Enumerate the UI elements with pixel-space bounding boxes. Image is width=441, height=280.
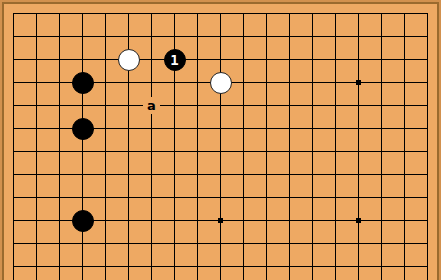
board-intersection[interactable] bbox=[25, 25, 48, 48]
board-intersection[interactable] bbox=[94, 71, 117, 94]
white-stone[interactable] bbox=[118, 49, 140, 71]
board-intersection[interactable] bbox=[393, 71, 416, 94]
board-intersection[interactable] bbox=[2, 186, 25, 209]
board-intersection[interactable] bbox=[48, 232, 71, 255]
board-intersection[interactable] bbox=[232, 209, 255, 232]
board-intersection[interactable] bbox=[186, 163, 209, 186]
board-intersection[interactable] bbox=[25, 140, 48, 163]
board-intersection[interactable] bbox=[416, 117, 439, 140]
board-intersection[interactable] bbox=[278, 71, 301, 94]
board-intersection[interactable] bbox=[94, 94, 117, 117]
board-intersection[interactable] bbox=[232, 140, 255, 163]
board-intersection[interactable] bbox=[71, 2, 94, 25]
board-intersection[interactable] bbox=[416, 255, 439, 278]
board-intersection[interactable] bbox=[347, 255, 370, 278]
board-intersection[interactable] bbox=[255, 232, 278, 255]
board-intersection[interactable] bbox=[209, 163, 232, 186]
board-intersection[interactable] bbox=[163, 163, 186, 186]
board-intersection[interactable] bbox=[48, 117, 71, 140]
board-intersection[interactable] bbox=[301, 140, 324, 163]
board-intersection[interactable] bbox=[347, 94, 370, 117]
board-intersection[interactable] bbox=[255, 94, 278, 117]
board-intersection[interactable] bbox=[416, 71, 439, 94]
board-intersection[interactable] bbox=[117, 117, 140, 140]
board-intersection[interactable] bbox=[255, 71, 278, 94]
board-intersection[interactable] bbox=[25, 71, 48, 94]
board-intersection[interactable] bbox=[48, 48, 71, 71]
move-number: 1 bbox=[170, 52, 178, 66]
board-intersection[interactable] bbox=[301, 2, 324, 25]
board-intersection[interactable] bbox=[186, 2, 209, 25]
board-intersection[interactable] bbox=[416, 94, 439, 117]
board-intersection[interactable] bbox=[163, 255, 186, 278]
board-intersection[interactable] bbox=[301, 117, 324, 140]
board-intersection[interactable] bbox=[232, 186, 255, 209]
board-intersection[interactable] bbox=[94, 2, 117, 25]
board-intersection[interactable] bbox=[278, 48, 301, 71]
board-intersection[interactable] bbox=[324, 232, 347, 255]
board-intersection[interactable] bbox=[393, 140, 416, 163]
board-intersection[interactable] bbox=[2, 25, 25, 48]
board-intersection[interactable] bbox=[71, 232, 94, 255]
board-intersection[interactable] bbox=[71, 255, 94, 278]
board-intersection[interactable] bbox=[71, 48, 94, 71]
board-intersection[interactable] bbox=[255, 2, 278, 25]
board-intersection[interactable] bbox=[186, 140, 209, 163]
board-intersection[interactable] bbox=[71, 25, 94, 48]
black-stone[interactable] bbox=[72, 118, 94, 140]
board-intersection[interactable] bbox=[71, 163, 94, 186]
board-intersection[interactable] bbox=[393, 163, 416, 186]
board-intersection[interactable] bbox=[186, 232, 209, 255]
board-intersection[interactable] bbox=[278, 163, 301, 186]
board-intersection[interactable] bbox=[416, 209, 439, 232]
board-intersection[interactable] bbox=[94, 140, 117, 163]
board-intersection[interactable] bbox=[324, 94, 347, 117]
board-intersection[interactable] bbox=[324, 48, 347, 71]
board-intersection[interactable] bbox=[94, 186, 117, 209]
board-intersection[interactable] bbox=[2, 255, 25, 278]
board-intersection[interactable] bbox=[186, 25, 209, 48]
go-board: 1a bbox=[2, 2, 439, 278]
board-intersection[interactable] bbox=[278, 117, 301, 140]
board-intersection[interactable] bbox=[416, 2, 439, 25]
board-intersection[interactable] bbox=[278, 94, 301, 117]
board-intersection[interactable] bbox=[48, 163, 71, 186]
board-intersection[interactable] bbox=[370, 48, 393, 71]
board-intersection[interactable] bbox=[255, 255, 278, 278]
board-intersection[interactable] bbox=[324, 140, 347, 163]
board-intersection[interactable] bbox=[2, 140, 25, 163]
board-intersection[interactable] bbox=[2, 2, 25, 25]
board-intersection[interactable] bbox=[278, 25, 301, 48]
board-intersection[interactable] bbox=[347, 140, 370, 163]
board-intersection[interactable] bbox=[370, 94, 393, 117]
board-intersection[interactable] bbox=[416, 163, 439, 186]
board-intersection[interactable] bbox=[2, 71, 25, 94]
board-intersection[interactable] bbox=[140, 140, 163, 163]
board-intersection[interactable] bbox=[324, 255, 347, 278]
board-intersection[interactable] bbox=[25, 117, 48, 140]
board-intersection[interactable] bbox=[48, 25, 71, 48]
board-intersection[interactable] bbox=[301, 163, 324, 186]
board-intersection[interactable] bbox=[324, 209, 347, 232]
board-intersection[interactable] bbox=[393, 48, 416, 71]
board-intersection[interactable] bbox=[48, 255, 71, 278]
board-intersection[interactable] bbox=[209, 186, 232, 209]
board-intersection[interactable] bbox=[278, 232, 301, 255]
white-stone[interactable] bbox=[210, 72, 232, 94]
board-intersection[interactable] bbox=[301, 48, 324, 71]
board-intersection[interactable] bbox=[393, 232, 416, 255]
board-intersection[interactable] bbox=[278, 2, 301, 25]
board-intersection[interactable] bbox=[2, 163, 25, 186]
board-intersection[interactable] bbox=[393, 25, 416, 48]
board-intersection[interactable] bbox=[370, 255, 393, 278]
board-intersection[interactable] bbox=[393, 209, 416, 232]
board-intersection[interactable] bbox=[278, 186, 301, 209]
board-intersection[interactable] bbox=[255, 163, 278, 186]
board-intersection[interactable] bbox=[140, 163, 163, 186]
board-intersection[interactable] bbox=[117, 71, 140, 94]
board-intersection[interactable] bbox=[2, 117, 25, 140]
board-intersection[interactable] bbox=[163, 140, 186, 163]
board-intersection[interactable] bbox=[416, 140, 439, 163]
board-intersection[interactable] bbox=[255, 117, 278, 140]
board-intersection[interactable] bbox=[48, 186, 71, 209]
board-intersection[interactable] bbox=[301, 25, 324, 48]
board-intersection[interactable] bbox=[370, 71, 393, 94]
board-intersection[interactable] bbox=[94, 117, 117, 140]
board-intersection[interactable] bbox=[140, 25, 163, 48]
board-intersection[interactable] bbox=[140, 209, 163, 232]
board-intersection[interactable] bbox=[163, 25, 186, 48]
board-intersection[interactable] bbox=[25, 94, 48, 117]
board-intersection[interactable] bbox=[25, 186, 48, 209]
board-intersection[interactable] bbox=[370, 2, 393, 25]
board-intersection[interactable] bbox=[71, 94, 94, 117]
board-intersection[interactable] bbox=[186, 209, 209, 232]
board-intersection[interactable] bbox=[140, 186, 163, 209]
board-intersection[interactable] bbox=[71, 186, 94, 209]
board-intersection[interactable] bbox=[117, 209, 140, 232]
board-intersection[interactable] bbox=[209, 232, 232, 255]
board-intersection[interactable] bbox=[209, 209, 232, 232]
board-intersection[interactable] bbox=[416, 186, 439, 209]
board-intersection[interactable] bbox=[25, 255, 48, 278]
board-intersection[interactable] bbox=[232, 25, 255, 48]
board-intersection[interactable] bbox=[117, 94, 140, 117]
board-intersection[interactable] bbox=[2, 94, 25, 117]
board-intersection[interactable] bbox=[209, 140, 232, 163]
board-intersection[interactable] bbox=[117, 2, 140, 25]
board-intersection[interactable] bbox=[186, 255, 209, 278]
board-intersection[interactable] bbox=[94, 255, 117, 278]
board-intersection[interactable] bbox=[232, 232, 255, 255]
board-intersection[interactable] bbox=[324, 25, 347, 48]
board-intersection[interactable] bbox=[163, 94, 186, 117]
board-intersection[interactable] bbox=[186, 186, 209, 209]
board-intersection[interactable] bbox=[347, 71, 370, 94]
board-intersection[interactable] bbox=[232, 255, 255, 278]
board-intersection[interactable] bbox=[186, 117, 209, 140]
board-intersection[interactable] bbox=[301, 255, 324, 278]
board-intersection[interactable] bbox=[71, 140, 94, 163]
black-stone[interactable] bbox=[72, 210, 94, 232]
board-intersection[interactable] bbox=[301, 232, 324, 255]
board-intersection[interactable] bbox=[186, 71, 209, 94]
board-intersection[interactable] bbox=[186, 94, 209, 117]
board-intersection[interactable] bbox=[48, 94, 71, 117]
board-intersection[interactable] bbox=[301, 209, 324, 232]
board-intersection[interactable] bbox=[301, 186, 324, 209]
board-intersection[interactable] bbox=[232, 2, 255, 25]
board-intersection[interactable] bbox=[209, 94, 232, 117]
board-intersection[interactable] bbox=[94, 209, 117, 232]
board-intersection[interactable] bbox=[347, 2, 370, 25]
board-intersection[interactable] bbox=[140, 71, 163, 94]
board-intersection[interactable] bbox=[209, 48, 232, 71]
black-stone[interactable] bbox=[72, 72, 94, 94]
board-intersection[interactable] bbox=[117, 163, 140, 186]
board-intersection[interactable] bbox=[255, 25, 278, 48]
board-intersection[interactable] bbox=[25, 232, 48, 255]
board-intersection[interactable] bbox=[94, 25, 117, 48]
board-intersection[interactable] bbox=[117, 186, 140, 209]
board-intersection[interactable] bbox=[163, 186, 186, 209]
board-intersection[interactable] bbox=[163, 71, 186, 94]
black-stone-move-1[interactable]: 1 bbox=[164, 49, 186, 71]
board-intersection[interactable] bbox=[117, 25, 140, 48]
board-intersection[interactable] bbox=[140, 48, 163, 71]
board-intersection[interactable] bbox=[25, 209, 48, 232]
board-intersection[interactable] bbox=[347, 163, 370, 186]
board-intersection[interactable] bbox=[48, 2, 71, 25]
board-intersection[interactable] bbox=[255, 209, 278, 232]
board-intersection[interactable] bbox=[140, 232, 163, 255]
board-intersection[interactable] bbox=[48, 71, 71, 94]
board-intersection[interactable] bbox=[347, 48, 370, 71]
board-intersection[interactable] bbox=[25, 163, 48, 186]
board-intersection[interactable] bbox=[324, 163, 347, 186]
board-intersection[interactable] bbox=[94, 48, 117, 71]
board-intersection[interactable] bbox=[370, 25, 393, 48]
board-intersection[interactable] bbox=[370, 209, 393, 232]
board-intersection[interactable] bbox=[347, 25, 370, 48]
board-intersection[interactable] bbox=[232, 71, 255, 94]
board-intersection[interactable] bbox=[140, 2, 163, 25]
board-intersection[interactable] bbox=[163, 2, 186, 25]
board-intersection[interactable] bbox=[163, 209, 186, 232]
board-intersection[interactable] bbox=[25, 2, 48, 25]
board-intersection[interactable] bbox=[94, 163, 117, 186]
board-intersection[interactable] bbox=[347, 117, 370, 140]
board-intersection[interactable] bbox=[370, 232, 393, 255]
board-intersection[interactable] bbox=[255, 186, 278, 209]
board-intersection[interactable] bbox=[393, 2, 416, 25]
board-intersection[interactable] bbox=[255, 140, 278, 163]
board-intersection[interactable] bbox=[278, 255, 301, 278]
board-intersection[interactable] bbox=[393, 94, 416, 117]
board-intersection[interactable] bbox=[2, 232, 25, 255]
board-intersection[interactable] bbox=[117, 255, 140, 278]
board-intersection[interactable] bbox=[278, 140, 301, 163]
board-intersection[interactable] bbox=[324, 186, 347, 209]
board-intersection[interactable] bbox=[140, 117, 163, 140]
board-intersection[interactable] bbox=[209, 117, 232, 140]
board-intersection[interactable] bbox=[324, 2, 347, 25]
board-intersection[interactable] bbox=[324, 117, 347, 140]
board-intersection[interactable] bbox=[25, 48, 48, 71]
board-intersection[interactable] bbox=[209, 255, 232, 278]
point-label-a: a bbox=[143, 97, 160, 114]
board-intersection[interactable] bbox=[393, 255, 416, 278]
board-intersection[interactable] bbox=[370, 163, 393, 186]
board-intersection[interactable] bbox=[232, 163, 255, 186]
board-intersection[interactable] bbox=[393, 186, 416, 209]
board-intersection[interactable] bbox=[370, 140, 393, 163]
board-intersection[interactable] bbox=[324, 71, 347, 94]
board-intersection[interactable] bbox=[416, 48, 439, 71]
board-intersection[interactable] bbox=[301, 94, 324, 117]
board-intersection[interactable] bbox=[416, 232, 439, 255]
board-intersection[interactable] bbox=[393, 117, 416, 140]
board-intersection[interactable] bbox=[347, 186, 370, 209]
board-intersection[interactable] bbox=[232, 117, 255, 140]
board-intersection[interactable] bbox=[255, 48, 278, 71]
board-intersection[interactable] bbox=[2, 209, 25, 232]
board-intersection[interactable] bbox=[117, 232, 140, 255]
board-intersection[interactable] bbox=[347, 232, 370, 255]
board-intersection[interactable] bbox=[209, 2, 232, 25]
board-intersection[interactable] bbox=[370, 117, 393, 140]
board-intersection[interactable] bbox=[48, 209, 71, 232]
board-intersection[interactable] bbox=[416, 25, 439, 48]
board-intersection[interactable] bbox=[163, 117, 186, 140]
board-intersection[interactable] bbox=[209, 25, 232, 48]
go-diagram: 1a bbox=[0, 0, 441, 280]
board-intersection[interactable] bbox=[117, 140, 140, 163]
board-intersection[interactable] bbox=[347, 209, 370, 232]
board-intersection[interactable] bbox=[186, 48, 209, 71]
board-intersection[interactable] bbox=[232, 48, 255, 71]
board-intersection[interactable] bbox=[232, 94, 255, 117]
board-intersection[interactable] bbox=[278, 209, 301, 232]
board-intersection[interactable] bbox=[140, 255, 163, 278]
board-intersection[interactable] bbox=[301, 71, 324, 94]
board-intersection[interactable] bbox=[94, 232, 117, 255]
board-intersection[interactable] bbox=[163, 232, 186, 255]
board-intersection[interactable] bbox=[48, 140, 71, 163]
board-intersection[interactable] bbox=[370, 186, 393, 209]
board-intersection[interactable] bbox=[2, 48, 25, 71]
